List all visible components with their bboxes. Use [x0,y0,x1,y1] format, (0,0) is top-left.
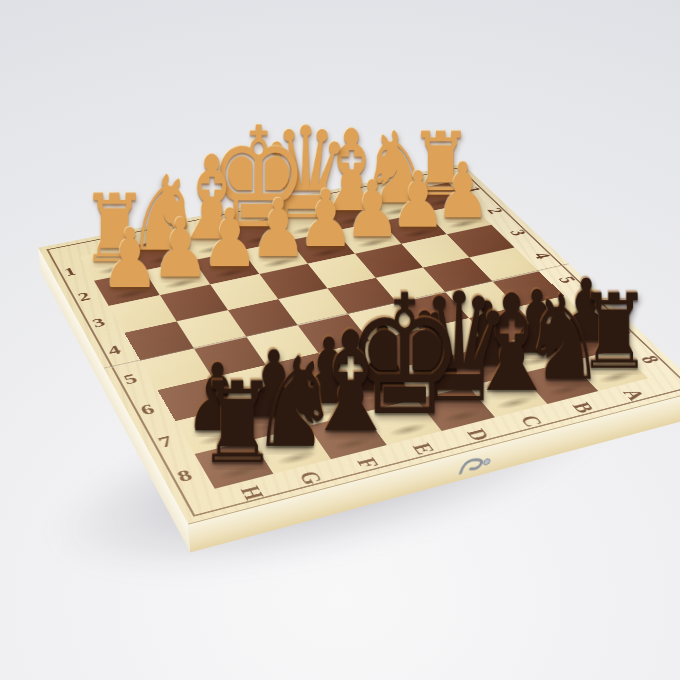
black-rook-h8[interactable]: ♜ [164,367,311,479]
white-pawn-h2[interactable]: ♟ [67,217,192,299]
scene: 12345678 12345678 HGFEDCBA ♜♞♝♚♛♝♞♜♟♟♟♟♟… [0,0,680,680]
